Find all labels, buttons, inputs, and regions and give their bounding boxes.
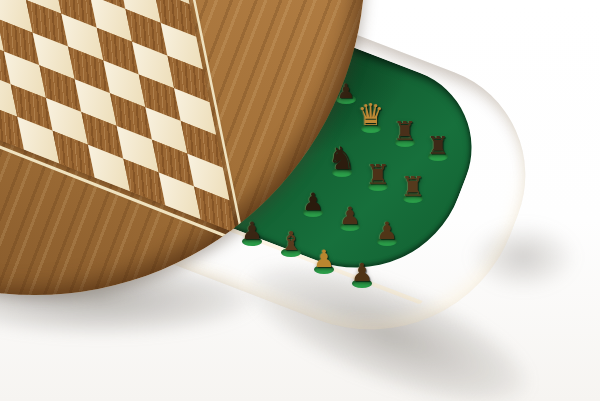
checkerboard[interactable]	[0, 0, 236, 233]
queen-piece-icon: ♛	[358, 100, 385, 130]
rook-piece-icon: ♜	[427, 133, 449, 158]
rook-piece-icon: ♜	[401, 173, 425, 200]
pawn-piece-icon: ♟	[302, 190, 324, 214]
chess-set-scene: ♟♛♜♜♞♜♜♟♟♟♟♝♟♟	[0, 0, 600, 401]
pawn-piece-icon: ♟	[376, 219, 398, 243]
rook-piece-icon: ♜	[366, 161, 390, 188]
pawn-piece-icon: ♟	[339, 204, 361, 228]
knight-piece-icon: ♞	[328, 143, 356, 174]
rook-piece-icon: ♜	[393, 118, 416, 144]
bishop-piece-icon: ♝	[279, 228, 302, 254]
pawn-piece-icon: ♟	[313, 247, 335, 271]
pawn-piece-icon: ♟	[241, 219, 263, 243]
pawn-piece-icon: ♟	[351, 260, 373, 285]
